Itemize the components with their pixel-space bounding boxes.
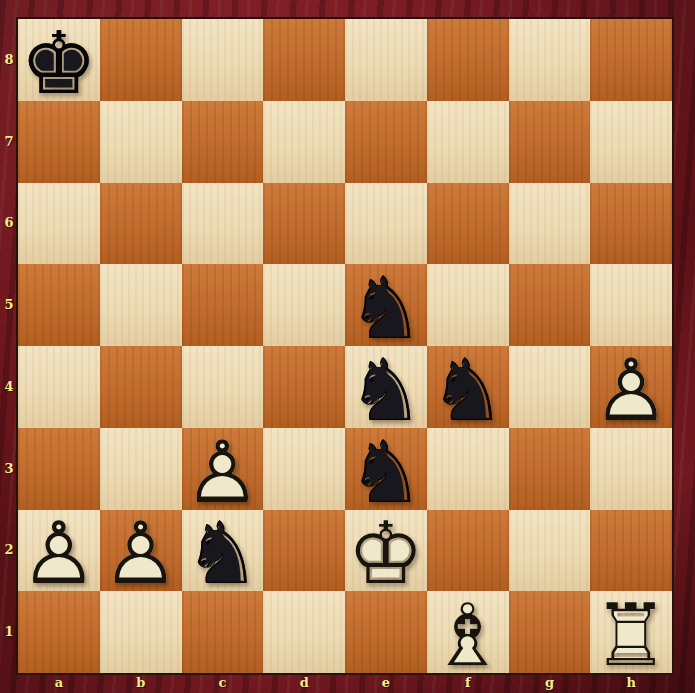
square-e6[interactable] [345, 183, 427, 265]
file-label-e: e [345, 675, 427, 693]
square-g8[interactable] [509, 19, 591, 101]
square-h6[interactable] [590, 183, 672, 265]
square-a6[interactable] [18, 183, 100, 265]
square-c3[interactable]: ♟♙ [182, 428, 264, 510]
file-label-b: b [100, 675, 182, 693]
square-b5[interactable] [100, 264, 182, 346]
square-g1[interactable] [509, 591, 591, 673]
square-h7[interactable] [590, 101, 672, 183]
rank-label-8: 8 [0, 50, 18, 70]
square-d3[interactable] [263, 428, 345, 510]
square-e4[interactable]: ♞♘ [345, 346, 427, 428]
white-rook-h1[interactable]: ♜♖ [590, 591, 672, 673]
square-a2[interactable]: ♟♙ [18, 510, 100, 592]
rank-label-4: 4 [0, 377, 18, 397]
square-d7[interactable] [263, 101, 345, 183]
white-pawn-a2[interactable]: ♟♙ [18, 510, 100, 592]
square-h8[interactable] [590, 19, 672, 101]
square-d2[interactable] [263, 510, 345, 592]
square-c7[interactable] [182, 101, 264, 183]
chess-board: ♚♔♞♘♞♘♞♘♟♙♟♙♞♘♟♙♟♙♞♘♚♔♝♗♜♖ [18, 19, 672, 673]
square-d4[interactable] [263, 346, 345, 428]
square-b6[interactable] [100, 183, 182, 265]
black-king-a8[interactable]: ♚♔ [18, 19, 100, 101]
file-label-a: a [18, 675, 100, 693]
file-label-d: d [263, 675, 345, 693]
square-h5[interactable] [590, 264, 672, 346]
file-label-h: h [590, 675, 672, 693]
square-e7[interactable] [345, 101, 427, 183]
square-d1[interactable] [263, 591, 345, 673]
white-pawn-c3[interactable]: ♟♙ [182, 428, 264, 510]
rank-label-2: 2 [0, 540, 18, 560]
square-h2[interactable] [590, 510, 672, 592]
white-pawn-b2[interactable]: ♟♙ [100, 510, 182, 592]
rank-label-5: 5 [0, 295, 18, 315]
square-b4[interactable] [100, 346, 182, 428]
rank-label-3: 3 [0, 459, 18, 479]
square-g4[interactable] [509, 346, 591, 428]
white-pawn-h4[interactable]: ♟♙ [590, 346, 672, 428]
square-f5[interactable] [427, 264, 509, 346]
square-a5[interactable] [18, 264, 100, 346]
square-a4[interactable] [18, 346, 100, 428]
square-h1[interactable]: ♜♖ [590, 591, 672, 673]
square-c1[interactable] [182, 591, 264, 673]
square-h3[interactable] [590, 428, 672, 510]
black-knight-c2[interactable]: ♞♘ [182, 510, 264, 592]
square-a8[interactable]: ♚♔ [18, 19, 100, 101]
square-g6[interactable] [509, 183, 591, 265]
square-c6[interactable] [182, 183, 264, 265]
square-b8[interactable] [100, 19, 182, 101]
square-e3[interactable]: ♞♘ [345, 428, 427, 510]
square-c4[interactable] [182, 346, 264, 428]
black-knight-e5[interactable]: ♞♘ [345, 264, 427, 346]
square-f7[interactable] [427, 101, 509, 183]
square-h4[interactable]: ♟♙ [590, 346, 672, 428]
square-b3[interactable] [100, 428, 182, 510]
square-a3[interactable] [18, 428, 100, 510]
square-e2[interactable]: ♚♔ [345, 510, 427, 592]
rank-label-7: 7 [0, 132, 18, 152]
file-label-g: g [509, 675, 591, 693]
square-g3[interactable] [509, 428, 591, 510]
black-knight-e3[interactable]: ♞♘ [345, 428, 427, 510]
square-d6[interactable] [263, 183, 345, 265]
square-c8[interactable] [182, 19, 264, 101]
rank-label-6: 6 [0, 213, 18, 233]
white-bishop-f1[interactable]: ♝♗ [427, 591, 509, 673]
rank-label-1: 1 [0, 622, 18, 642]
board-frame: ♚♔♞♘♞♘♞♘♟♙♟♙♞♘♟♙♟♙♞♘♚♔♝♗♜♖ 87654321abcde… [0, 0, 695, 693]
square-f6[interactable] [427, 183, 509, 265]
square-a7[interactable] [18, 101, 100, 183]
square-e5[interactable]: ♞♘ [345, 264, 427, 346]
square-g5[interactable] [509, 264, 591, 346]
square-c2[interactable]: ♞♘ [182, 510, 264, 592]
square-d8[interactable] [263, 19, 345, 101]
square-f8[interactable] [427, 19, 509, 101]
file-label-c: c [182, 675, 264, 693]
square-g7[interactable] [509, 101, 591, 183]
square-f4[interactable]: ♞♘ [427, 346, 509, 428]
square-a1[interactable] [18, 591, 100, 673]
white-king-e2[interactable]: ♚♔ [345, 510, 427, 592]
square-f2[interactable] [427, 510, 509, 592]
square-e1[interactable] [345, 591, 427, 673]
black-knight-e4[interactable]: ♞♘ [345, 346, 427, 428]
file-label-f: f [427, 675, 509, 693]
square-f1[interactable]: ♝♗ [427, 591, 509, 673]
square-b7[interactable] [100, 101, 182, 183]
square-c5[interactable] [182, 264, 264, 346]
square-e8[interactable] [345, 19, 427, 101]
square-b1[interactable] [100, 591, 182, 673]
square-d5[interactable] [263, 264, 345, 346]
square-f3[interactable] [427, 428, 509, 510]
square-g2[interactable] [509, 510, 591, 592]
square-b2[interactable]: ♟♙ [100, 510, 182, 592]
black-knight-f4[interactable]: ♞♘ [427, 346, 509, 428]
